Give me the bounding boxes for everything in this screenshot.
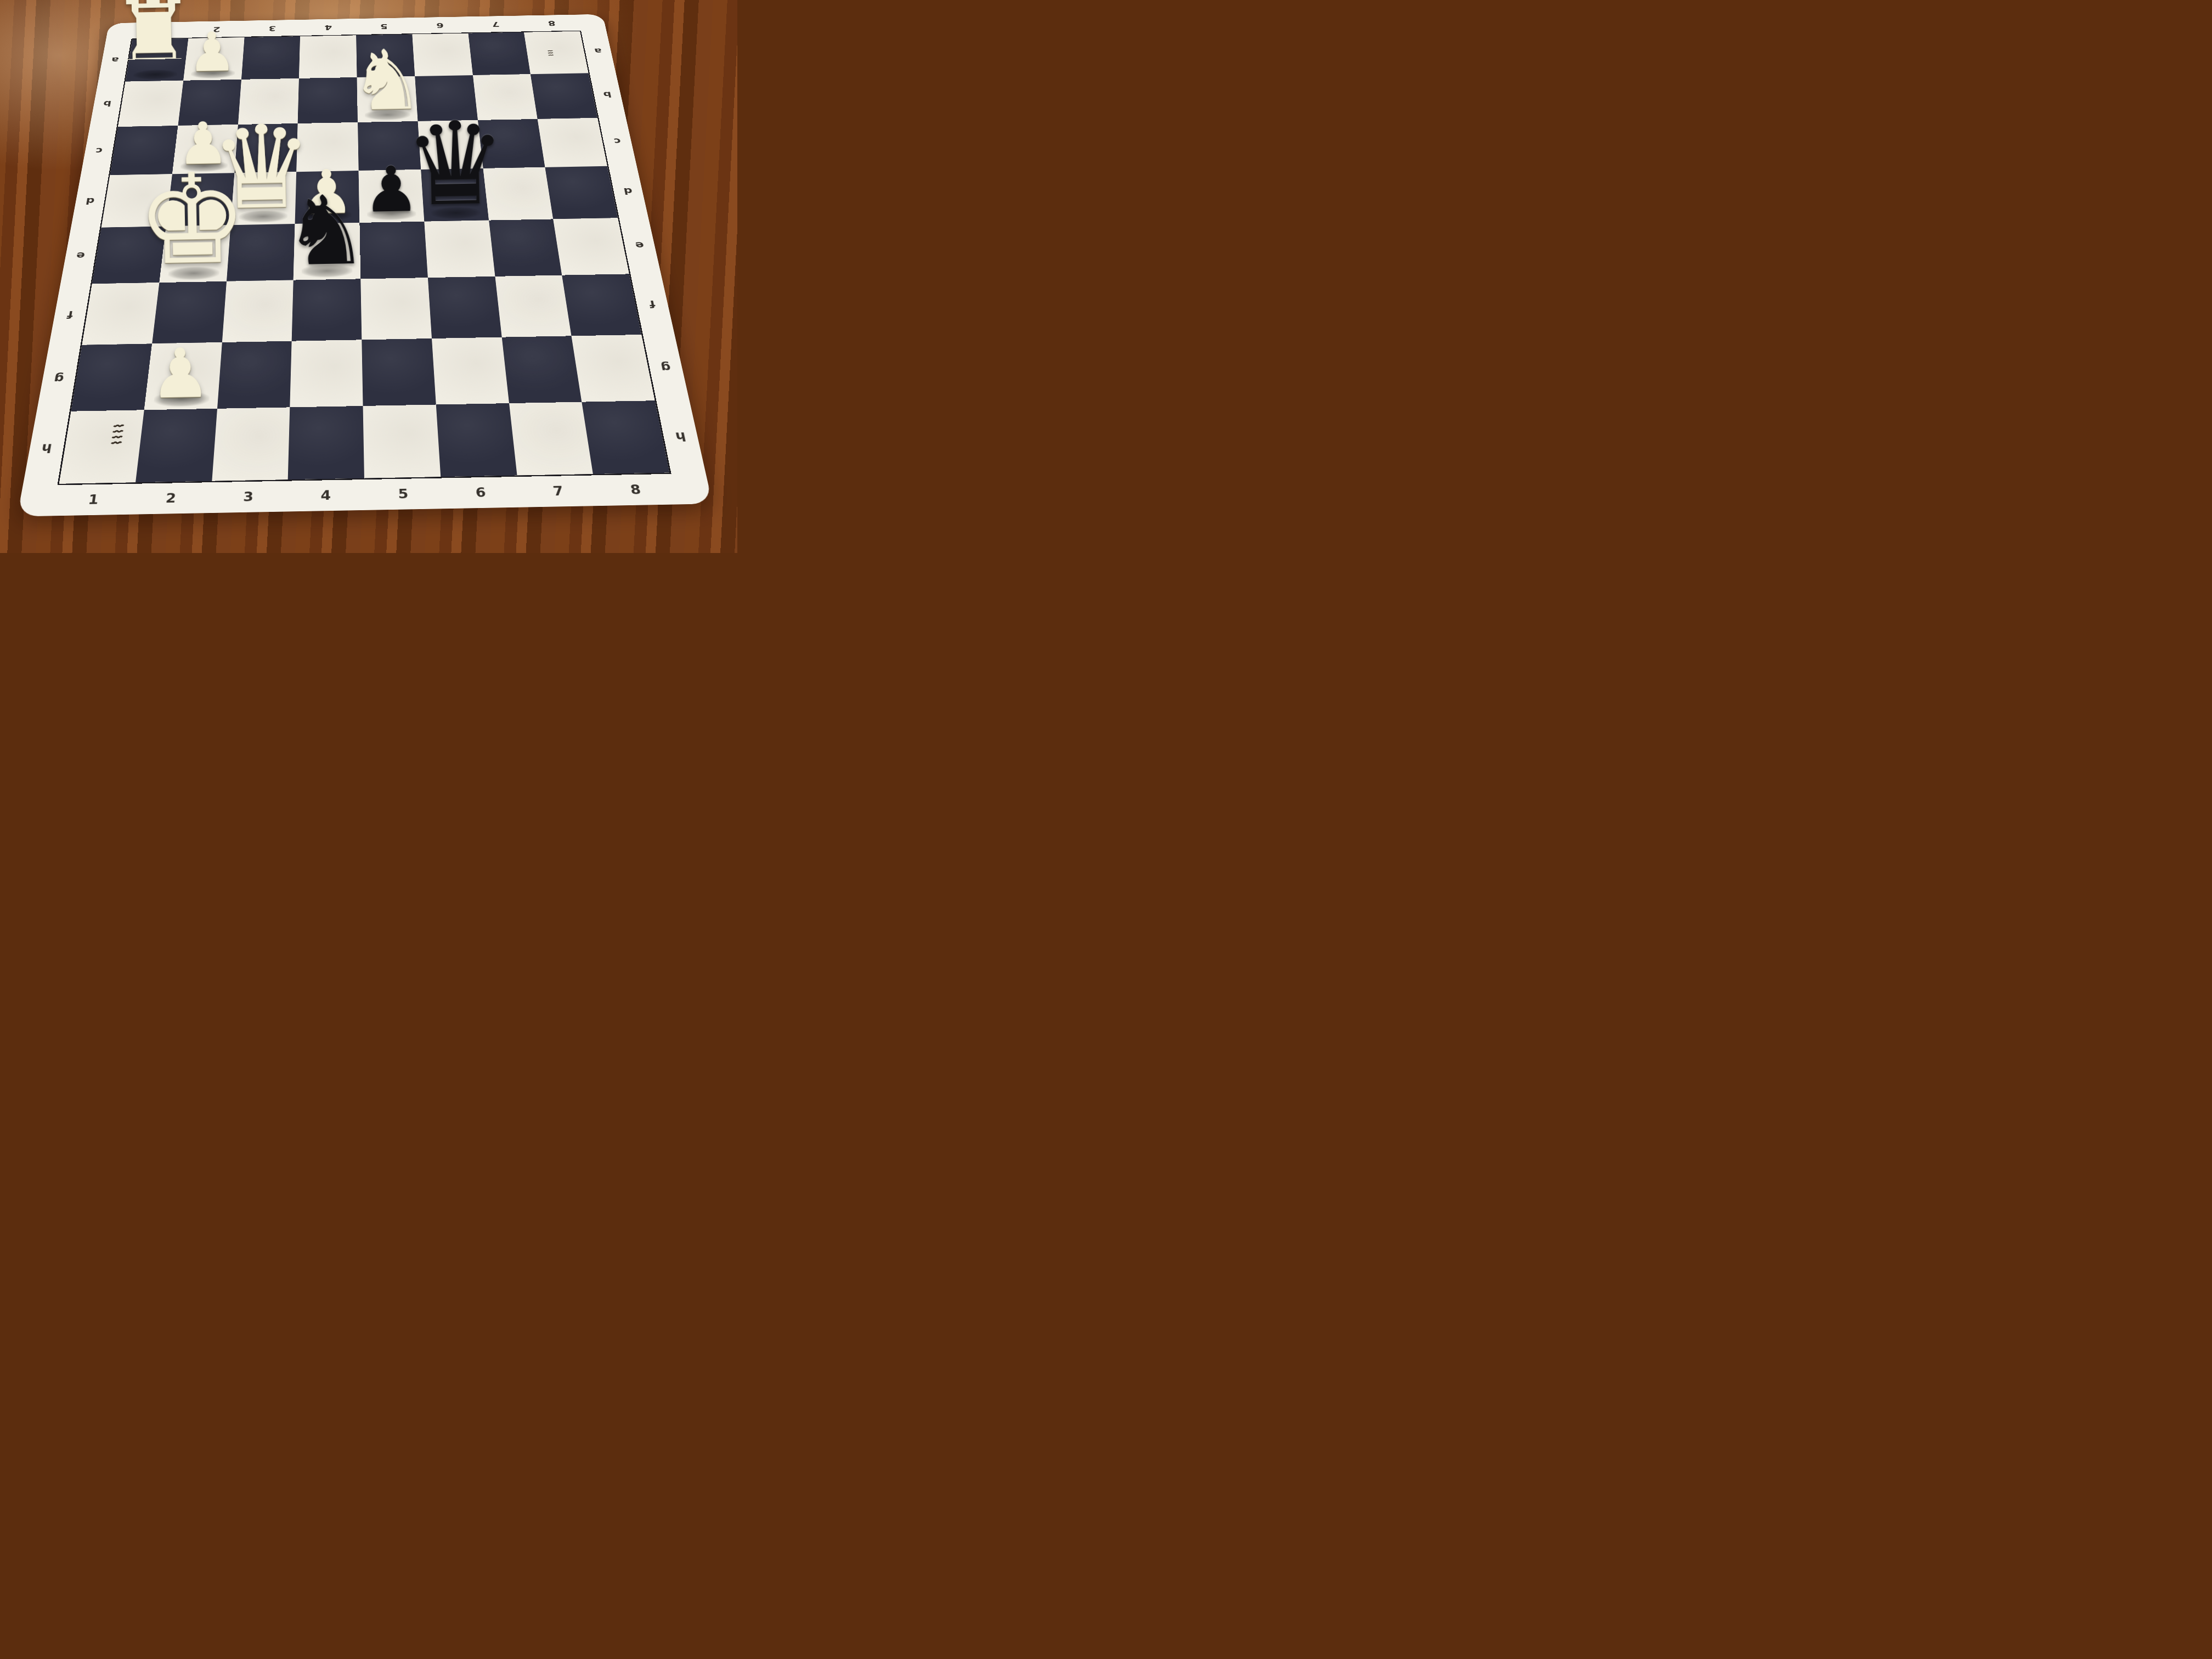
square-c8[interactable] — [538, 118, 607, 167]
square-b3[interactable] — [238, 78, 300, 125]
square-a8[interactable] — [524, 31, 588, 74]
square-h5[interactable] — [363, 405, 441, 478]
square-b2[interactable] — [178, 80, 241, 126]
piece-shadow-e4 — [302, 264, 353, 278]
file-label-right-c: c — [601, 117, 634, 166]
rank-label-top-8: 8 — [523, 16, 581, 30]
square-c7[interactable] — [478, 119, 545, 168]
rank-label-top-3: 3 — [244, 21, 300, 35]
square-g7[interactable] — [501, 336, 582, 403]
piece-shadow-g2 — [153, 391, 210, 407]
square-d2[interactable] — [166, 173, 234, 226]
square-d6[interactable]: ♛ — [421, 168, 489, 222]
square-g6[interactable] — [432, 337, 509, 405]
black-pawn-d5[interactable]: ♟ — [363, 159, 420, 219]
square-g5[interactable] — [362, 338, 436, 406]
white-pawn-c2[interactable]: ♟ — [177, 116, 229, 172]
rank-labels-bottom: 12345678 — [53, 476, 677, 513]
square-d7[interactable] — [483, 167, 553, 221]
brand-logo-bottom-left: ⌇⌇⌇⌇ — [108, 423, 126, 446]
square-a3[interactable] — [241, 36, 301, 80]
square-e6[interactable] — [424, 221, 495, 278]
white-pawn-d4[interactable]: ♟ — [300, 163, 354, 221]
square-c1[interactable] — [110, 126, 178, 175]
square-b8[interactable] — [531, 73, 597, 119]
white-queen-d3[interactable]: ♛ — [210, 112, 314, 223]
file-label-left-c: c — [83, 126, 114, 176]
square-e3[interactable] — [227, 224, 295, 281]
square-f2[interactable] — [152, 281, 227, 344]
piece-shadow-e2 — [167, 267, 219, 280]
square-d3[interactable]: ♛ — [230, 172, 296, 225]
rank-label-top-5: 5 — [356, 20, 413, 33]
rank-label-top-7: 7 — [467, 18, 524, 31]
piece-shadow-a2 — [190, 69, 235, 79]
square-a7[interactable] — [468, 32, 531, 75]
file-label-right-g: g — [646, 335, 687, 402]
square-a1[interactable]: ♜ — [126, 38, 189, 82]
file-label-left-e: e — [63, 228, 97, 285]
square-a4[interactable] — [299, 35, 357, 78]
piece-shadow-d6 — [431, 207, 481, 219]
square-a5[interactable] — [356, 35, 415, 77]
square-c2[interactable]: ♟ — [172, 125, 238, 174]
board-grid: ♜♟♞♟♛♟♟♛♚♞♟ — [59, 31, 669, 484]
square-e2[interactable]: ♚ — [159, 225, 230, 283]
square-e5[interactable] — [359, 222, 427, 279]
square-f6[interactable] — [428, 276, 502, 338]
square-d5[interactable]: ♟ — [359, 170, 424, 223]
file-label-right-f: f — [634, 274, 672, 335]
rank-label-top-4: 4 — [300, 21, 356, 35]
rank-label-bottom-7: 7 — [518, 477, 599, 505]
square-g4[interactable] — [290, 340, 363, 407]
square-e7[interactable] — [489, 219, 562, 276]
black-knight-e4[interactable]: ♞ — [283, 185, 370, 277]
square-d1[interactable] — [101, 174, 172, 227]
square-b4[interactable] — [298, 77, 358, 123]
rank-label-bottom-4: 4 — [287, 482, 365, 509]
black-queen-d6[interactable]: ♛ — [403, 109, 507, 219]
square-e4[interactable]: ♞ — [294, 223, 360, 280]
white-pawn-g2[interactable]: ♟ — [149, 341, 211, 406]
vinyl-chess-mat: 12345678 12345678 abcdefgh abcdefgh ♜♟♞♟… — [17, 14, 713, 517]
square-g3[interactable] — [217, 341, 292, 409]
file-label-left-b: b — [92, 81, 122, 127]
file-label-right-d: d — [611, 165, 646, 218]
file-labels-left: abcdefgh — [26, 39, 129, 486]
square-g1[interactable] — [71, 343, 152, 411]
square-g2[interactable]: ♟ — [144, 342, 222, 410]
rank-label-bottom-6: 6 — [441, 478, 521, 506]
piece-shadow-a1 — [133, 70, 178, 80]
square-d4[interactable]: ♟ — [295, 171, 360, 224]
file-label-left-h: h — [26, 413, 66, 486]
square-b7[interactable] — [473, 74, 538, 120]
square-c5[interactable] — [358, 121, 421, 171]
file-label-right-a: a — [583, 30, 613, 72]
square-h8[interactable] — [582, 400, 670, 474]
square-c3[interactable] — [234, 123, 298, 173]
file-label-right-b: b — [592, 72, 623, 117]
square-c6[interactable] — [417, 120, 483, 170]
square-b5[interactable]: ♞ — [357, 76, 418, 122]
square-h2[interactable] — [136, 409, 217, 482]
file-label-right-e: e — [622, 217, 658, 274]
square-g8[interactable] — [572, 335, 655, 402]
piece-shadow-c2 — [180, 160, 228, 172]
square-e1[interactable] — [92, 226, 166, 284]
rank-label-top-2: 2 — [188, 22, 245, 36]
rank-label-bottom-8: 8 — [595, 476, 677, 503]
square-h1[interactable] — [59, 410, 144, 483]
square-h7[interactable] — [509, 402, 594, 476]
square-h6[interactable] — [436, 403, 517, 477]
square-f4[interactable] — [292, 279, 362, 341]
file-label-left-f: f — [52, 284, 88, 346]
piece-shadow-d3 — [238, 210, 287, 223]
rank-label-bottom-1: 1 — [53, 486, 134, 513]
square-a6[interactable] — [412, 33, 472, 76]
rank-label-top-1: 1 — [132, 24, 189, 38]
white-knight-b5[interactable]: ♞ — [349, 40, 425, 120]
brand-logo-top-right: ⌇⌇⌇ — [546, 50, 554, 57]
white-pawn-a2[interactable]: ♟ — [188, 26, 237, 78]
white-king-e2[interactable]: ♚ — [136, 160, 249, 280]
square-f1[interactable] — [82, 283, 159, 345]
rank-label-bottom-2: 2 — [131, 484, 211, 512]
file-label-left-g: g — [39, 346, 77, 413]
photo-scene: 12345678 12345678 abcdefgh abcdefgh ♜♟♞♟… — [0, 0, 737, 553]
square-h3[interactable] — [212, 407, 290, 481]
piece-shadow-b5 — [365, 109, 410, 120]
piece-shadow-d4 — [303, 209, 352, 222]
board-tilt-wrapper: 12345678 12345678 abcdefgh abcdefgh ♜♟♞♟… — [3, 0, 713, 516]
rank-label-bottom-3: 3 — [208, 483, 287, 510]
square-b1[interactable] — [118, 81, 183, 127]
square-f5[interactable] — [360, 278, 431, 340]
rank-labels-top: 12345678 — [132, 16, 581, 38]
rank-label-top-6: 6 — [411, 19, 469, 32]
square-e8[interactable] — [553, 218, 629, 275]
file-label-left-d: d — [74, 175, 106, 228]
square-c4[interactable] — [296, 122, 358, 172]
file-label-right-h: h — [659, 401, 702, 474]
square-b6[interactable] — [415, 75, 478, 121]
square-f3[interactable] — [222, 280, 294, 342]
square-h4[interactable] — [288, 406, 364, 479]
square-d8[interactable] — [545, 166, 618, 219]
square-a2[interactable]: ♟ — [183, 37, 244, 81]
piece-shadow-d5 — [367, 208, 416, 221]
file-labels-right: abcdefgh — [583, 30, 702, 474]
square-f7[interactable] — [495, 275, 572, 337]
square-f8[interactable] — [562, 274, 641, 336]
rank-label-bottom-5: 5 — [364, 480, 443, 507]
board-frame: ♜♟♞♟♛♟♟♛♚♞♟ ⌇⌇⌇ ⌇⌇⌇⌇ — [57, 31, 671, 486]
file-label-left-a: a — [100, 39, 129, 82]
white-rook-a1[interactable]: ♜ — [110, 0, 198, 80]
